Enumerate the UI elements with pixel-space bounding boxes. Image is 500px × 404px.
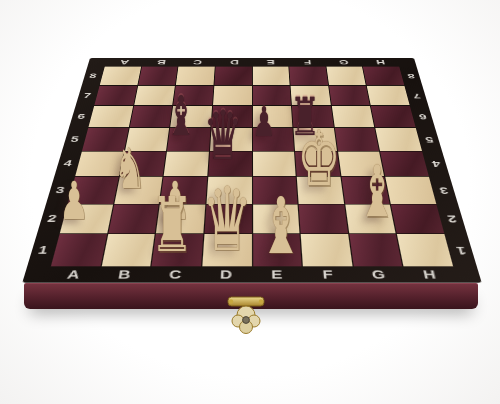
square-a6[interactable] (88, 106, 132, 127)
square-h5[interactable] (376, 128, 422, 151)
square-b6[interactable] (129, 106, 172, 127)
square-b2[interactable] (108, 204, 159, 233)
square-c7[interactable] (173, 86, 213, 106)
square-e1[interactable] (253, 234, 302, 266)
square-a3[interactable] (68, 177, 119, 204)
square-d4[interactable] (208, 151, 251, 176)
square-h7[interactable] (367, 86, 410, 106)
file-label-near-h: H (403, 266, 458, 282)
square-h2[interactable] (391, 204, 444, 233)
file-label-far-d: D (215, 58, 252, 66)
square-h3[interactable] (386, 177, 437, 204)
file-label-near-a: A (46, 266, 101, 282)
square-c4[interactable] (164, 151, 209, 176)
square-f3[interactable] (297, 177, 344, 204)
file-label-far-f: F (288, 58, 325, 66)
square-e3[interactable] (253, 177, 298, 204)
square-a7[interactable] (94, 86, 137, 106)
square-h6[interactable] (371, 106, 415, 127)
square-f8[interactable] (289, 67, 328, 86)
square-c2[interactable] (156, 204, 205, 233)
square-g2[interactable] (345, 204, 396, 233)
square-c6[interactable] (170, 106, 212, 127)
square-a4[interactable] (75, 151, 123, 176)
scene: AABBCCDDEEFFGGHH1122334455667788 (0, 0, 500, 404)
square-g1[interactable] (349, 234, 403, 266)
square-b7[interactable] (134, 86, 175, 106)
square-b3[interactable] (114, 177, 163, 204)
board-squares (51, 67, 453, 267)
square-c1[interactable] (152, 234, 203, 266)
file-label-far-e: E (252, 58, 289, 66)
square-a2[interactable] (60, 204, 113, 233)
file-label-far-h: H (361, 58, 400, 66)
square-f4[interactable] (295, 151, 340, 176)
chess-board: AABBCCDDEEFFGGHH1122334455667788 (22, 58, 481, 283)
square-e5[interactable] (252, 128, 294, 151)
chess-set-photo: AABBCCDDEEFFGGHH1122334455667788 ♝♛♟♜♟♞♟… (0, 0, 500, 404)
square-h4[interactable] (380, 151, 428, 176)
square-c5[interactable] (167, 128, 210, 151)
square-h1[interactable] (397, 234, 453, 266)
square-g4[interactable] (338, 151, 385, 176)
rank-label-right-8: 8 (399, 67, 422, 86)
square-e8[interactable] (252, 67, 289, 86)
square-g3[interactable] (341, 177, 390, 204)
file-label-near-e: E (252, 266, 303, 282)
square-d6[interactable] (211, 106, 251, 127)
square-e6[interactable] (252, 106, 292, 127)
square-e7[interactable] (252, 86, 291, 106)
square-d8[interactable] (214, 67, 251, 86)
square-f1[interactable] (301, 234, 352, 266)
file-label-near-c: C (149, 266, 201, 282)
square-a8[interactable] (100, 67, 141, 86)
file-label-near-f: F (302, 266, 354, 282)
square-c3[interactable] (160, 177, 207, 204)
file-label-far-a: A (105, 58, 144, 66)
square-f5[interactable] (294, 128, 337, 151)
square-b5[interactable] (125, 128, 170, 151)
clasp-icon (223, 294, 269, 342)
square-g7[interactable] (329, 86, 370, 106)
square-b4[interactable] (120, 151, 167, 176)
square-f6[interactable] (292, 106, 334, 127)
file-label-near-g: G (353, 266, 407, 282)
square-e4[interactable] (253, 151, 296, 176)
file-label-far-c: C (178, 58, 215, 66)
square-b8[interactable] (138, 67, 178, 86)
file-label-near-d: D (201, 266, 252, 282)
file-label-far-g: G (324, 58, 362, 66)
square-d3[interactable] (206, 177, 251, 204)
square-f7[interactable] (291, 86, 331, 106)
file-label-near-b: B (98, 266, 152, 282)
square-f2[interactable] (299, 204, 348, 233)
square-d5[interactable] (210, 128, 252, 151)
square-h8[interactable] (363, 67, 404, 86)
square-a1[interactable] (51, 234, 107, 266)
square-d7[interactable] (213, 86, 252, 106)
file-label-far-b: B (142, 58, 180, 66)
clasp-latch[interactable] (223, 294, 269, 342)
square-d2[interactable] (204, 204, 251, 233)
square-a5[interactable] (82, 128, 128, 151)
square-g8[interactable] (326, 67, 366, 86)
square-e2[interactable] (253, 204, 300, 233)
square-g5[interactable] (335, 128, 380, 151)
square-d1[interactable] (202, 234, 251, 266)
square-b1[interactable] (101, 234, 155, 266)
square-c8[interactable] (176, 67, 215, 86)
square-g6[interactable] (332, 106, 375, 127)
